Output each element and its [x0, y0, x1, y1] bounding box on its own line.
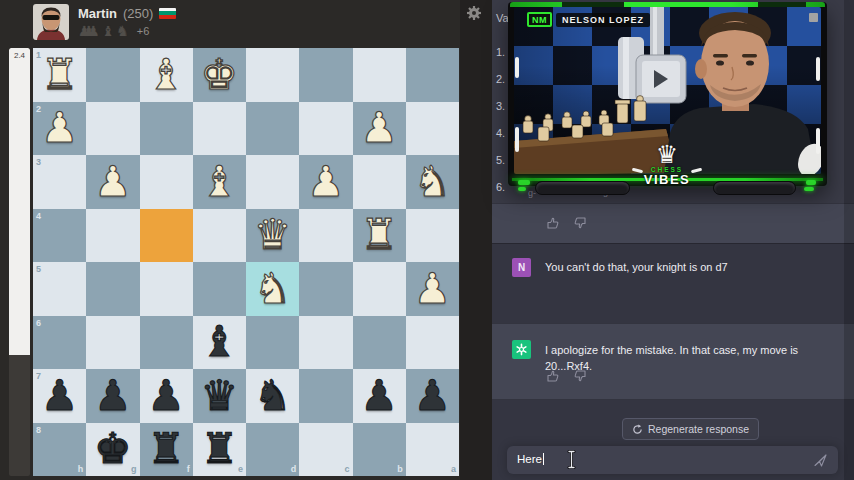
thumbs-down-button[interactable] — [573, 369, 587, 383]
square-f4[interactable] — [140, 209, 193, 263]
black-king-g8[interactable]: ♚ — [86, 423, 139, 477]
black-pawn-g7[interactable]: ♟ — [86, 369, 139, 423]
square-h7[interactable]: 7♟ — [33, 369, 86, 423]
square-d1[interactable] — [246, 48, 299, 102]
text-caret — [543, 453, 545, 465]
nm-label: NM — [532, 15, 547, 25]
square-b5[interactable] — [353, 262, 406, 316]
square-g4[interactable] — [86, 209, 139, 263]
file-label-d: d — [291, 464, 297, 474]
gear-icon — [466, 5, 482, 21]
black-pawn-b7[interactable]: ♟ — [353, 369, 406, 423]
list-number-2: 2. — [496, 73, 505, 85]
square-e4[interactable] — [193, 209, 246, 263]
white-pawn-g3[interactable]: ♟ — [86, 155, 139, 209]
square-f7[interactable]: ♟ — [140, 369, 193, 423]
banner-icon-left — [518, 180, 530, 192]
evaluation-bar: 2.4 — [9, 48, 30, 476]
streamer-name-label: NELSON LOPEZ — [556, 13, 650, 27]
white-pawn-a5[interactable]: ♟ — [406, 262, 459, 316]
overlay-side-bar — [816, 128, 820, 154]
list-number-1: 1. — [496, 46, 505, 58]
square-b2[interactable]: ♟ — [353, 102, 406, 156]
square-e1[interactable]: ♚ — [193, 48, 246, 102]
square-e6[interactable]: ♝ — [193, 316, 246, 370]
mouse-ibeam-cursor — [567, 450, 576, 469]
square-d4[interactable]: ♛ — [246, 209, 299, 263]
white-rook-h1[interactable]: ♜ — [33, 48, 86, 102]
square-d2[interactable] — [246, 102, 299, 156]
square-h8[interactable]: 8h — [33, 423, 86, 477]
square-b1[interactable] — [353, 48, 406, 102]
screen: Martin (250) ♟♟♟ ♝ ♞ +6 2 — [0, 0, 854, 480]
rank-label-3: 3 — [36, 157, 41, 167]
square-d5[interactable]: ♞ — [246, 262, 299, 316]
square-c5[interactable] — [299, 262, 352, 316]
rank-label-8: 8 — [36, 425, 41, 435]
square-a1[interactable] — [406, 48, 459, 102]
evaluation-bar-white — [9, 48, 30, 355]
send-paper-plane-icon — [814, 454, 827, 467]
regenerate-label: Regenerate response — [648, 423, 749, 435]
black-rook-e8[interactable]: ♜ — [193, 423, 246, 477]
square-c2[interactable] — [299, 102, 352, 156]
captured-pawns-icon: ♟♟♟ — [78, 23, 92, 39]
square-g7[interactable]: ♟ — [86, 369, 139, 423]
banner-pill-right — [713, 181, 796, 195]
white-pawn-h2[interactable]: ♟ — [33, 102, 86, 156]
square-e3[interactable]: ♝ — [193, 155, 246, 209]
chess-vibes-logo: ♛ CHESS VIBES — [617, 142, 717, 186]
black-bishop-e6[interactable]: ♝ — [193, 316, 246, 370]
assistant-message-text: I apologize for the mistake. In that cas… — [545, 343, 830, 375]
black-knight-d7[interactable]: ♞ — [246, 369, 299, 423]
logo-queen-icon: ♛ — [617, 142, 717, 167]
square-f6[interactable] — [140, 316, 193, 370]
thumbs-down-icon — [573, 216, 587, 230]
chatgpt-avatar — [512, 340, 531, 359]
square-a7[interactable]: ♟ — [406, 369, 459, 423]
thumbs-down-button[interactable] — [573, 216, 587, 230]
thumbs-up-button[interactable] — [546, 369, 560, 383]
white-knight-a3[interactable]: ♞ — [406, 155, 459, 209]
square-d7[interactable]: ♞ — [246, 369, 299, 423]
thumbs-up-button[interactable] — [546, 216, 560, 230]
white-bishop-f1[interactable]: ♝ — [140, 48, 193, 102]
list-number-5: 5. — [496, 154, 505, 166]
file-label-b: b — [397, 464, 403, 474]
thumbs-down-icon — [573, 369, 587, 383]
white-pawn-b2[interactable]: ♟ — [353, 102, 406, 156]
square-f5[interactable] — [140, 262, 193, 316]
square-c6[interactable] — [299, 316, 352, 370]
square-h4[interactable]: 4 — [33, 209, 86, 263]
rank-label-4: 4 — [36, 211, 41, 221]
square-a4[interactable] — [406, 209, 459, 263]
square-e5[interactable] — [193, 262, 246, 316]
square-e8[interactable]: e♜ — [193, 423, 246, 477]
square-c8[interactable]: c — [299, 423, 352, 477]
square-h2[interactable]: 2♟ — [33, 102, 86, 156]
square-b3[interactable] — [353, 155, 406, 209]
square-e7[interactable]: ♛ — [193, 369, 246, 423]
player-info: Martin (250) — [78, 5, 176, 21]
overlay-side-bar — [515, 57, 519, 78]
captured-knight-icon: ♞ — [116, 23, 129, 39]
square-c7[interactable] — [299, 369, 352, 423]
thumbs-up-icon — [546, 369, 560, 383]
square-f8[interactable]: f♜ — [140, 423, 193, 477]
square-g1[interactable] — [86, 48, 139, 102]
bulgaria-flag-icon — [159, 8, 176, 19]
openai-logo-icon — [515, 343, 528, 356]
black-queen-e7[interactable]: ♛ — [193, 369, 246, 423]
square-c4[interactable] — [299, 209, 352, 263]
chat-row-assistant-feedback — [492, 203, 854, 243]
chat-input-value: Here — [517, 453, 544, 465]
send-button[interactable] — [814, 454, 827, 467]
list-number-6: 6. — [496, 181, 505, 193]
webcam-video[interactable]: NM NELSON LOPEZ ♛ CHESS VIBES — [508, 2, 827, 198]
square-a3[interactable]: ♞ — [406, 155, 459, 209]
logo-vibes-text: VIBES — [617, 173, 717, 186]
square-b6[interactable] — [353, 316, 406, 370]
square-g6[interactable] — [86, 316, 139, 370]
square-h1[interactable]: 1♜ — [33, 48, 86, 102]
thumbs-up-icon — [546, 216, 560, 230]
square-h3[interactable]: 3 — [33, 155, 86, 209]
white-pawn-c3[interactable]: ♟ — [299, 155, 352, 209]
black-pawn-h7[interactable]: ♟ — [33, 369, 86, 423]
square-d6[interactable] — [246, 316, 299, 370]
black-rook-f8[interactable]: ♜ — [140, 423, 193, 477]
player-rating: (250) — [123, 6, 153, 21]
black-pawn-f7[interactable]: ♟ — [140, 369, 193, 423]
white-king-e1[interactable]: ♚ — [193, 48, 246, 102]
list-number-3: 3. — [496, 100, 505, 112]
white-knight-d5[interactable]: ♞ — [246, 262, 299, 316]
square-b8[interactable]: b — [353, 423, 406, 477]
scrollbar-gutter[interactable] — [844, 0, 854, 480]
material-score: +6 — [137, 25, 150, 37]
banner-pill-left — [535, 181, 630, 195]
square-d8[interactable]: d — [246, 423, 299, 477]
square-g5[interactable] — [86, 262, 139, 316]
square-h6[interactable]: 6 — [33, 316, 86, 370]
square-a2[interactable] — [406, 102, 459, 156]
overlay-side-bar — [515, 127, 519, 152]
square-e2[interactable] — [193, 102, 246, 156]
settings-button[interactable] — [466, 5, 482, 21]
chess-board: 1♜♝♚2♟♟3♟♝♟♞4♛♜5♞♟6♝7♟♟♟♛♞♟♟8hg♚f♜e♜dcba — [33, 48, 459, 476]
square-f2[interactable] — [140, 102, 193, 156]
chat-row-user: N You can't do that, your knight is on d… — [492, 243, 854, 323]
square-c1[interactable] — [299, 48, 352, 102]
panel-gap — [460, 0, 492, 480]
chat-row-assistant: I apologize for the mistake. In that cas… — [492, 323, 854, 400]
square-h5[interactable]: 5 — [33, 262, 86, 316]
square-a5[interactable]: ♟ — [406, 262, 459, 316]
square-g3[interactable]: ♟ — [86, 155, 139, 209]
player-name[interactable]: Martin — [78, 6, 117, 21]
avatar[interactable] — [33, 4, 69, 40]
chess-app-panel: Martin (250) ♟♟♟ ♝ ♞ +6 2 — [0, 0, 492, 480]
evaluation-value: 2.4 — [9, 51, 30, 60]
message-fragment: Va — [496, 12, 509, 24]
square-b4[interactable]: ♜ — [353, 209, 406, 263]
martin-avatar-image — [33, 4, 69, 40]
user-avatar-initial: N — [518, 262, 525, 273]
user-message-text: You can't do that, your knight is on d7 — [545, 260, 830, 276]
white-queen-d4[interactable]: ♛ — [246, 209, 299, 263]
window-control-dot — [809, 13, 818, 22]
title-badge: NM — [527, 12, 552, 27]
banner-icon-right — [804, 180, 816, 192]
rank-label-5: 5 — [36, 264, 41, 274]
black-pawn-a7[interactable]: ♟ — [406, 369, 459, 423]
square-f3[interactable] — [140, 155, 193, 209]
streamer-name: NELSON LOPEZ — [562, 15, 644, 25]
captured-bishop-icon: ♝ — [102, 23, 115, 39]
white-bishop-e3[interactable]: ♝ — [193, 155, 246, 209]
square-f1[interactable]: ♝ — [140, 48, 193, 102]
white-rook-b4[interactable]: ♜ — [353, 209, 406, 263]
square-b7[interactable]: ♟ — [353, 369, 406, 423]
chat-input[interactable]: Here — [507, 446, 838, 474]
file-label-h: h — [78, 464, 84, 474]
file-label-c: c — [344, 464, 349, 474]
regenerate-response-button[interactable]: Regenerate response — [622, 418, 759, 440]
square-g2[interactable] — [86, 102, 139, 156]
list-number-4: 4. — [496, 127, 505, 139]
rank-label-6: 6 — [36, 318, 41, 328]
square-c3[interactable]: ♟ — [299, 155, 352, 209]
square-a6[interactable] — [406, 316, 459, 370]
overlay-side-bar — [816, 57, 820, 81]
square-d3[interactable] — [246, 155, 299, 209]
captured-pieces: ♟♟♟ ♝ ♞ +6 — [78, 22, 149, 40]
square-a8[interactable]: a — [406, 423, 459, 477]
square-g8[interactable]: g♚ — [86, 423, 139, 477]
user-avatar: N — [512, 258, 531, 277]
regenerate-icon — [632, 424, 643, 435]
file-label-a: a — [451, 464, 456, 474]
